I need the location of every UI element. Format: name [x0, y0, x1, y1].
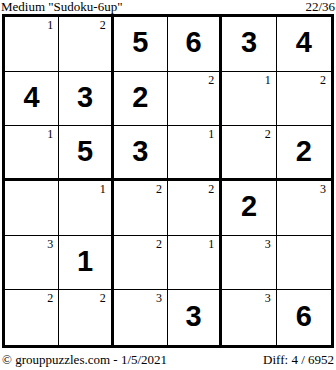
cell-r3c6[interactable]: 2: [277, 126, 331, 181]
pencil-mark: 1: [265, 73, 271, 87]
cell-r2c3[interactable]: 2: [114, 72, 168, 127]
pencil-mark: 1: [208, 127, 214, 141]
pencil-mark: 2: [47, 291, 53, 305]
cell-value: 4: [296, 28, 312, 59]
cell-value: 5: [132, 28, 148, 59]
cell-value: 5: [77, 137, 93, 168]
cell-value: 6: [186, 28, 202, 59]
cell-r6c1[interactable]: 2: [5, 290, 59, 345]
pencil-mark: 3: [47, 237, 53, 251]
pencil-mark: 1: [208, 237, 214, 251]
pencil-mark: 2: [208, 182, 214, 196]
progress-counter: 22/36: [305, 0, 335, 14]
cell-r2c1[interactable]: 4: [5, 72, 59, 127]
cell-r2c5[interactable]: 1: [222, 72, 276, 127]
cell-r2c2[interactable]: 3: [59, 72, 113, 127]
cell-r6c5[interactable]: 3: [222, 290, 276, 345]
pencil-mark: 2: [208, 73, 214, 87]
cell-r6c3[interactable]: 3: [114, 290, 168, 345]
cell-value: 3: [186, 302, 202, 333]
cell-r5c5[interactable]: 3: [222, 236, 276, 291]
cell-r1c2[interactable]: 2: [59, 17, 113, 72]
cell-r6c6[interactable]: 6: [277, 290, 331, 345]
difficulty-text: Diff: 4 / 6952: [263, 352, 334, 367]
puzzle-title: Medium "Sudoku-6up": [1, 0, 122, 14]
cell-r3c2[interactable]: 5: [59, 126, 113, 181]
cell-r3c1[interactable]: 1: [5, 126, 59, 181]
cell-r6c4[interactable]: 3: [168, 290, 222, 345]
pencil-mark: 2: [320, 73, 326, 87]
pencil-mark: 1: [47, 18, 53, 32]
copyright-text: © grouppuzzles.com - 1/5/2021: [2, 352, 167, 367]
pencil-mark: 2: [100, 18, 106, 32]
cell-value: 3: [241, 28, 257, 59]
pencil-mark: 3: [156, 291, 162, 305]
cell-r5c2[interactable]: 1: [59, 236, 113, 291]
cell-r1c4[interactable]: 6: [168, 17, 222, 72]
cell-r3c4[interactable]: 1: [168, 126, 222, 181]
cell-value: 6: [296, 302, 312, 333]
cell-r4c6[interactable]: 3: [277, 181, 331, 236]
cell-value: 3: [132, 137, 148, 168]
cell-value: 2: [132, 83, 148, 114]
cell-r4c1[interactable]: [5, 181, 59, 236]
pencil-mark: 3: [320, 182, 326, 196]
pencil-mark: 2: [156, 237, 162, 251]
pencil-mark: 1: [100, 182, 106, 196]
footer: © grouppuzzles.com - 1/5/2021 Diff: 4 / …: [0, 348, 336, 367]
cell-r5c1[interactable]: 3: [5, 236, 59, 291]
cell-r5c3[interactable]: 2: [114, 236, 168, 291]
cell-r4c2[interactable]: 1: [59, 181, 113, 236]
pencil-mark: 2: [156, 182, 162, 196]
cell-value: 4: [24, 83, 40, 114]
pencil-mark: 2: [265, 127, 271, 141]
cell-value: 3: [77, 83, 93, 114]
header: Medium "Sudoku-6up" 22/36: [0, 0, 336, 14]
cell-value: 2: [241, 192, 257, 223]
cell-r1c3[interactable]: 5: [114, 17, 168, 72]
cell-value: 1: [77, 247, 93, 278]
cell-r3c5[interactable]: 2: [222, 126, 276, 181]
cell-r1c6[interactable]: 4: [277, 17, 331, 72]
cell-r6c2[interactable]: 2: [59, 290, 113, 345]
cell-r5c6[interactable]: [277, 236, 331, 291]
puzzle-page: Medium "Sudoku-6up" 22/36 12563443221215…: [0, 0, 336, 370]
cell-r5c4[interactable]: 1: [168, 236, 222, 291]
cell-r4c3[interactable]: 2: [114, 181, 168, 236]
pencil-mark: 2: [100, 291, 106, 305]
cell-r4c5[interactable]: 2: [222, 181, 276, 236]
cell-r3c3[interactable]: 3: [114, 126, 168, 181]
cell-r1c1[interactable]: 1: [5, 17, 59, 72]
cell-r2c6[interactable]: 2: [277, 72, 331, 127]
cell-r2c4[interactable]: 2: [168, 72, 222, 127]
cell-value: 2: [296, 137, 312, 168]
pencil-mark: 3: [265, 237, 271, 251]
pencil-mark: 3: [265, 291, 271, 305]
sudoku-board: 1256344322121531221222331213223336: [2, 14, 334, 348]
cell-r1c5[interactable]: 3: [222, 17, 276, 72]
pencil-mark: 1: [47, 127, 53, 141]
cell-r4c4[interactable]: 2: [168, 181, 222, 236]
